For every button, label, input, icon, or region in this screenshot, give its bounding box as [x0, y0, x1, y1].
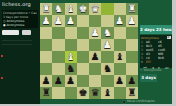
black-pawn-a7[interactable]: ♟ [126, 75, 138, 87]
square-b8[interactable] [114, 87, 126, 99]
black-pawn-d5[interactable]: ♟ [89, 51, 101, 63]
white-pawn-g2[interactable]: ♟ [52, 15, 64, 27]
square-f5[interactable]: ♝ [65, 51, 77, 63]
sidebar-controls [2, 30, 38, 36]
white-king-e1[interactable]: ♚ [77, 3, 89, 15]
square-h3[interactable] [40, 27, 52, 39]
move-black[interactable] [158, 60, 170, 64]
sidebar: lichess.org Correspondence • Casual 3 da… [0, 0, 40, 104]
square-e5[interactable] [77, 51, 89, 63]
black-bishop-b5[interactable]: ♝ [114, 51, 126, 63]
black-knight-c6[interactable]: ♞ [101, 63, 113, 75]
game-side-panel: 2 days 23 hours Anonymous ⚙ 1.e4c62.Nc3d… [140, 0, 172, 104]
white-pawn-d3[interactable]: ♟ [89, 27, 101, 39]
square-d2[interactable] [89, 15, 101, 27]
square-g8[interactable] [52, 87, 64, 99]
square-a1[interactable]: ♜ [126, 3, 138, 15]
lichess-page: lichess.org Correspondence • Casual 3 da… [0, 0, 172, 104]
square-e6[interactable] [77, 63, 89, 75]
white-pawn-b2[interactable]: ♟ [114, 15, 126, 27]
white-pawn-a2[interactable]: ♟ [126, 15, 138, 27]
black-pawn-h7[interactable]: ♟ [40, 75, 52, 87]
square-c1[interactable] [101, 3, 113, 15]
square-e3[interactable] [77, 27, 89, 39]
square-f1[interactable]: ♝ [65, 3, 77, 15]
square-e8[interactable]: ♚ [77, 87, 89, 99]
white-bishop-f1[interactable]: ♝ [65, 3, 77, 15]
square-d5[interactable]: ♟ [89, 51, 101, 63]
square-a5[interactable] [126, 51, 138, 63]
square-h7[interactable]: ♟ [40, 75, 52, 87]
square-e2[interactable] [77, 15, 89, 27]
square-e1[interactable]: ♚ [77, 3, 89, 15]
white-bishop-f5[interactable]: ♝ [65, 51, 77, 63]
square-b2[interactable]: ♟ [114, 15, 126, 27]
gear-icon[interactable]: ⚙ [167, 36, 171, 39]
white-knight-c3[interactable]: ♞ [101, 27, 113, 39]
chess-board: ♜♞♝♚♛♜♟♟♟♟♟♟♞♟♝♟♝♞♞♟♟♟♟♟♜♚♛♝♜ [40, 3, 138, 99]
square-g6[interactable] [52, 63, 64, 75]
square-a7[interactable]: ♟ [126, 75, 138, 87]
square-a3[interactable] [126, 27, 138, 39]
sidebar-button[interactable] [22, 30, 31, 35]
opponent-clock: 2 days 23 hours [140, 25, 172, 34]
square-f6[interactable]: ♞ [65, 63, 77, 75]
square-d3[interactable]: ♟ [89, 27, 101, 39]
square-g7[interactable]: ♟ [52, 75, 64, 87]
square-b4[interactable] [114, 39, 126, 51]
move-list: 1.e4c62.Nc3d53.exd5cxd54.d3Nf65.c4Nc66.B… [141, 40, 171, 64]
white-pawn-h2[interactable]: ♟ [40, 15, 52, 27]
notification-dot [1, 77, 3, 79]
black-knight-f6[interactable]: ♞ [65, 63, 77, 75]
square-g3[interactable] [52, 27, 64, 39]
square-f3[interactable] [65, 27, 77, 39]
square-g4[interactable] [52, 39, 64, 51]
black-king-e8[interactable]: ♚ [77, 87, 89, 99]
square-h5[interactable] [40, 51, 52, 63]
square-c2[interactable] [101, 15, 113, 27]
player-clock: 3 days [140, 74, 157, 82]
square-b3[interactable] [114, 27, 126, 39]
square-c7[interactable] [101, 75, 113, 87]
square-c4[interactable]: ♟ [101, 39, 113, 51]
square-h8[interactable]: ♜ [40, 87, 52, 99]
square-f4[interactable] [65, 39, 77, 51]
square-c5[interactable] [101, 51, 113, 63]
window-edge-bottom [0, 104, 176, 106]
square-g1[interactable]: ♞ [52, 3, 64, 15]
square-f7[interactable]: ♟ [65, 75, 77, 87]
window-edge-right [172, 0, 176, 106]
square-a2[interactable]: ♟ [126, 15, 138, 27]
white-rook-h1[interactable]: ♜ [40, 3, 52, 15]
white-pawn-c4[interactable]: ♟ [101, 39, 113, 51]
square-d1[interactable]: ♛ [89, 3, 101, 15]
black-queen-d8[interactable]: ♛ [89, 87, 101, 99]
white-knight-g1[interactable]: ♞ [52, 3, 64, 15]
site-logo[interactable]: lichess.org [2, 1, 31, 8]
square-h1[interactable]: ♜ [40, 3, 52, 15]
opponent-name-row: ⚐ Anonymous [140, 68, 172, 73]
chat-divider [2, 40, 32, 41]
square-b6[interactable] [114, 63, 126, 75]
square-d6[interactable] [89, 63, 101, 75]
white-queen-d1[interactable]: ♛ [89, 3, 101, 15]
square-a4[interactable] [126, 39, 138, 51]
square-f8[interactable] [65, 87, 77, 99]
square-e7[interactable] [77, 75, 89, 87]
chat-divider [2, 44, 32, 45]
black-pawn-f7[interactable]: ♟ [65, 75, 77, 87]
square-g2[interactable]: ♟ [52, 15, 64, 27]
square-d8[interactable]: ♛ [89, 87, 101, 99]
black-rook-h8[interactable]: ♜ [40, 87, 52, 99]
move-list-panel: Anonymous ⚙ 1.e4c62.Nc3d53.exd5cxd54.d3N… [140, 35, 172, 68]
square-b1[interactable] [114, 3, 126, 15]
move-confirmation-checkbox[interactable] [122, 100, 126, 104]
black-pawn-b7[interactable]: ♟ [114, 75, 126, 87]
square-a8[interactable]: ♜ [126, 87, 138, 99]
white-pawn-f2[interactable]: ♟ [65, 15, 77, 27]
square-a6[interactable] [126, 63, 138, 75]
black-pawn-g7[interactable]: ♟ [52, 75, 64, 87]
square-d7[interactable] [89, 75, 101, 87]
square-h2[interactable]: ♟ [40, 15, 52, 27]
square-b5[interactable]: ♝ [114, 51, 126, 63]
black-rook-a8[interactable]: ♜ [126, 87, 138, 99]
sidebar-select[interactable] [2, 30, 19, 35]
notification-dot [1, 55, 3, 57]
move-white[interactable]: Bf5 [146, 60, 158, 64]
game-meta-panel: Correspondence • Casual 3 days per move … [2, 10, 38, 28]
square-c3[interactable]: ♞ [101, 27, 113, 39]
player-black-label: ● Anonymous [3, 23, 37, 27]
square-c8[interactable]: ♝ [101, 87, 113, 99]
square-b7[interactable]: ♟ [114, 75, 126, 87]
square-f2[interactable]: ♟ [65, 15, 77, 27]
square-h4[interactable] [40, 39, 52, 51]
move-row-6: 6.Bf5 [141, 60, 171, 64]
square-c6[interactable]: ♞ [101, 63, 113, 75]
square-g5[interactable] [52, 51, 64, 63]
square-h6[interactable] [40, 63, 52, 75]
square-d4[interactable] [89, 39, 101, 51]
white-rook-a1[interactable]: ♜ [126, 3, 138, 15]
square-e4[interactable] [77, 39, 89, 51]
black-bishop-c8[interactable]: ♝ [101, 87, 113, 99]
